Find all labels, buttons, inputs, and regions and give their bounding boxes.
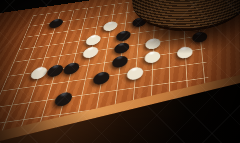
black-stone[interactable]: ● [92,68,112,85]
black-stone[interactable]: ● [53,88,75,107]
black-stone[interactable]: ● [62,59,82,75]
black-stone[interactable]: ● [47,16,65,29]
white-stone[interactable]: ● [81,44,100,59]
white-stone[interactable]: ● [126,64,145,81]
go-photo: ●●●●●●●●●●●●●●●●●●●● [0,0,240,143]
